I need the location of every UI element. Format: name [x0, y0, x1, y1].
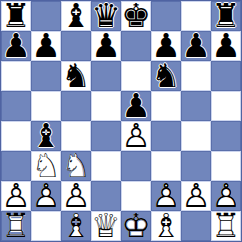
square-a1[interactable]: ♜♖	[1, 211, 31, 241]
square-b4[interactable]: ♝	[31, 121, 61, 151]
square-h6[interactable]	[211, 61, 241, 91]
square-g6[interactable]	[181, 61, 211, 91]
black-king-glyph: ♚	[121, 1, 151, 31]
piece-white-rook[interactable]: ♜♖	[1, 211, 31, 241]
white-pawn-glyph: ♟	[151, 181, 181, 211]
piece-white-bishop[interactable]: ♝♗	[151, 211, 181, 241]
piece-white-knight[interactable]: ♞♘	[61, 151, 91, 181]
white-pawn-glyph: ♟	[121, 121, 151, 151]
square-b1[interactable]	[31, 211, 61, 241]
square-d8[interactable]: ♛	[91, 1, 121, 31]
square-e6[interactable]	[121, 61, 151, 91]
white-bishop-glyph: ♝	[151, 211, 181, 241]
square-g2[interactable]: ♟♙	[181, 181, 211, 211]
white-pawn-glyph: ♟	[181, 181, 211, 211]
piece-black-rook[interactable]: ♜	[211, 1, 241, 31]
piece-black-rook[interactable]: ♜	[1, 1, 31, 31]
square-h1[interactable]: ♜♖	[211, 211, 241, 241]
white-pawn-glyph: ♟	[31, 181, 61, 211]
piece-black-pawn[interactable]: ♟	[91, 31, 121, 61]
piece-white-king[interactable]: ♚♔	[121, 211, 151, 241]
white-pawn-glyph: ♟	[1, 181, 31, 211]
square-h5[interactable]	[211, 91, 241, 121]
piece-white-queen[interactable]: ♛♕	[91, 211, 121, 241]
square-c6[interactable]: ♞	[61, 61, 91, 91]
piece-black-pawn[interactable]: ♟	[151, 31, 181, 61]
square-e2[interactable]	[121, 181, 151, 211]
piece-white-pawn[interactable]: ♟♙	[151, 181, 181, 211]
piece-black-queen[interactable]: ♛	[91, 1, 121, 31]
square-h8[interactable]: ♜	[211, 1, 241, 31]
black-pawn-glyph: ♟	[181, 31, 211, 61]
square-e5[interactable]: ♟	[121, 91, 151, 121]
square-d4[interactable]	[91, 121, 121, 151]
square-f1[interactable]: ♝♗	[151, 211, 181, 241]
piece-white-pawn[interactable]: ♟♙	[211, 181, 241, 211]
square-b3[interactable]: ♞♘	[31, 151, 61, 181]
white-king-outline-glyph: ♔	[121, 211, 151, 241]
black-pawn-glyph: ♟	[121, 91, 151, 121]
black-knight-glyph: ♞	[61, 61, 91, 91]
square-f5[interactable]	[151, 91, 181, 121]
white-bishop-outline-glyph: ♗	[61, 211, 91, 241]
square-a5[interactable]	[1, 91, 31, 121]
white-pawn-outline-glyph: ♙	[121, 121, 151, 151]
white-pawn-outline-glyph: ♙	[151, 181, 181, 211]
square-f2[interactable]: ♟♙	[151, 181, 181, 211]
black-bishop-glyph: ♝	[61, 1, 91, 31]
square-a2[interactable]: ♟♙	[1, 181, 31, 211]
black-pawn-glyph: ♟	[31, 31, 61, 61]
black-rook-glyph: ♜	[211, 1, 241, 31]
square-f7[interactable]: ♟	[151, 31, 181, 61]
white-rook-glyph: ♜	[1, 211, 31, 241]
square-f3[interactable]	[151, 151, 181, 181]
square-c3[interactable]: ♞♘	[61, 151, 91, 181]
square-g5[interactable]	[181, 91, 211, 121]
piece-black-pawn[interactable]: ♟	[31, 31, 61, 61]
white-knight-glyph: ♞	[61, 151, 91, 181]
white-pawn-outline-glyph: ♙	[31, 181, 61, 211]
white-king-glyph: ♚	[121, 211, 151, 241]
square-c5[interactable]	[61, 91, 91, 121]
square-e8[interactable]: ♚	[121, 1, 151, 31]
square-g7[interactable]: ♟	[181, 31, 211, 61]
square-h7[interactable]: ♟	[211, 31, 241, 61]
square-h2[interactable]: ♟♙	[211, 181, 241, 211]
piece-white-bishop[interactable]: ♝♗	[61, 211, 91, 241]
square-e4[interactable]: ♟♙	[121, 121, 151, 151]
square-h4[interactable]	[211, 121, 241, 151]
square-b6[interactable]	[31, 61, 61, 91]
black-pawn-glyph: ♟	[211, 31, 241, 61]
square-a4[interactable]	[1, 121, 31, 151]
piece-black-bishop[interactable]: ♝	[61, 1, 91, 31]
black-queen-glyph: ♛	[91, 1, 121, 31]
square-d7[interactable]: ♟	[91, 31, 121, 61]
square-g8[interactable]	[181, 1, 211, 31]
piece-black-pawn[interactable]: ♟	[181, 31, 211, 61]
piece-black-bishop[interactable]: ♝	[31, 121, 61, 151]
square-c2[interactable]: ♟♙	[61, 181, 91, 211]
square-d2[interactable]	[91, 181, 121, 211]
white-bishop-outline-glyph: ♗	[151, 211, 181, 241]
square-a7[interactable]: ♟	[1, 31, 31, 61]
square-h3[interactable]	[211, 151, 241, 181]
white-pawn-glyph: ♟	[211, 181, 241, 211]
piece-black-pawn[interactable]: ♟	[211, 31, 241, 61]
piece-white-pawn[interactable]: ♟♙	[31, 181, 61, 211]
square-f6[interactable]: ♞	[151, 61, 181, 91]
square-d3[interactable]	[91, 151, 121, 181]
white-queen-outline-glyph: ♕	[91, 211, 121, 241]
piece-black-knight[interactable]: ♞	[151, 61, 181, 91]
square-e1[interactable]: ♚♔	[121, 211, 151, 241]
square-b5[interactable]	[31, 91, 61, 121]
white-pawn-outline-glyph: ♙	[181, 181, 211, 211]
white-pawn-outline-glyph: ♙	[1, 181, 31, 211]
square-g3[interactable]	[181, 151, 211, 181]
square-d6[interactable]	[91, 61, 121, 91]
square-d5[interactable]	[91, 91, 121, 121]
square-b2[interactable]: ♟♙	[31, 181, 61, 211]
white-bishop-glyph: ♝	[61, 211, 91, 241]
black-rook-glyph: ♜	[1, 1, 31, 31]
chess-board-wrapper: ♜♝♛♚♜♟♟♟♟♟♟♞♞♟♝♟♙♞♘♞♘♟♙♟♙♟♙♟♙♟♙♟♙♜♖♝♗♛♕♚…	[0, 0, 242, 242]
white-rook-outline-glyph: ♖	[211, 211, 241, 241]
white-knight-glyph: ♞	[31, 151, 61, 181]
square-g1[interactable]	[181, 211, 211, 241]
square-a3[interactable]	[1, 151, 31, 181]
black-knight-glyph: ♞	[151, 61, 181, 91]
square-f8[interactable]	[151, 1, 181, 31]
piece-white-rook[interactable]: ♜♖	[211, 211, 241, 241]
white-queen-glyph: ♛	[91, 211, 121, 241]
square-b8[interactable]	[31, 1, 61, 31]
square-d1[interactable]: ♛♕	[91, 211, 121, 241]
square-g4[interactable]	[181, 121, 211, 151]
white-rook-outline-glyph: ♖	[1, 211, 31, 241]
square-b7[interactable]: ♟	[31, 31, 61, 61]
piece-white-pawn[interactable]: ♟♙	[1, 181, 31, 211]
piece-black-knight[interactable]: ♞	[61, 61, 91, 91]
black-pawn-glyph: ♟	[151, 31, 181, 61]
square-c7[interactable]	[61, 31, 91, 61]
square-a6[interactable]	[1, 61, 31, 91]
white-knight-outline-glyph: ♘	[31, 151, 61, 181]
white-pawn-glyph: ♟	[61, 181, 91, 211]
square-f4[interactable]	[151, 121, 181, 151]
chess-board: ♜♝♛♚♜♟♟♟♟♟♟♞♞♟♝♟♙♞♘♞♘♟♙♟♙♟♙♟♙♟♙♟♙♜♖♝♗♛♕♚…	[0, 0, 242, 242]
square-e3[interactable]	[121, 151, 151, 181]
square-e7[interactable]	[121, 31, 151, 61]
black-pawn-glyph: ♟	[1, 31, 31, 61]
white-pawn-outline-glyph: ♙	[211, 181, 241, 211]
white-pawn-outline-glyph: ♙	[61, 181, 91, 211]
white-knight-outline-glyph: ♘	[61, 151, 91, 181]
piece-white-pawn[interactable]: ♟♙	[61, 181, 91, 211]
piece-white-knight[interactable]: ♞♘	[31, 151, 61, 181]
black-pawn-glyph: ♟	[91, 31, 121, 61]
black-bishop-glyph: ♝	[31, 121, 61, 151]
square-c1[interactable]: ♝♗	[61, 211, 91, 241]
square-c8[interactable]: ♝	[61, 1, 91, 31]
piece-white-pawn[interactable]: ♟♙	[121, 121, 151, 151]
piece-black-pawn[interactable]: ♟	[1, 31, 31, 61]
piece-white-pawn[interactable]: ♟♙	[181, 181, 211, 211]
square-a8[interactable]: ♜	[1, 1, 31, 31]
piece-black-king[interactable]: ♚	[121, 1, 151, 31]
white-rook-glyph: ♜	[211, 211, 241, 241]
piece-black-pawn[interactable]: ♟	[121, 91, 151, 121]
square-c4[interactable]	[61, 121, 91, 151]
